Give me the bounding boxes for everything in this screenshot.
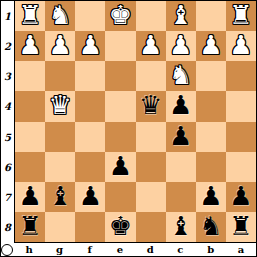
black-bishop-g7: ♝ (49, 183, 72, 209)
black-pawn-b7: ♟ (199, 183, 222, 209)
white-king-e1: ♚ (109, 2, 132, 28)
square-c3[interactable]: ♞ (166, 61, 196, 91)
square-h4[interactable] (15, 91, 45, 121)
white-pawn-b2: ♟ (199, 32, 222, 58)
square-a3[interactable] (226, 61, 256, 91)
file-label-a: a (226, 243, 256, 256)
rank-labels: 12345678 (1, 1, 14, 243)
white-knight-c3: ♞ (169, 62, 192, 88)
square-d2[interactable]: ♟ (136, 31, 166, 61)
square-e7[interactable] (105, 182, 135, 212)
black-bishop-c8: ♝ (169, 213, 192, 239)
square-h3[interactable] (15, 61, 45, 91)
square-b1[interactable] (196, 1, 226, 31)
square-g4[interactable]: ♛ (45, 91, 75, 121)
rank-label-2: 2 (1, 31, 14, 61)
square-d3[interactable] (136, 61, 166, 91)
rank-label-7: 7 (1, 183, 14, 213)
black-pawn-f7: ♟ (79, 183, 102, 209)
square-f4[interactable] (75, 91, 105, 121)
square-g5[interactable] (45, 122, 75, 152)
file-label-d: d (135, 243, 165, 256)
black-king-e8: ♚ (109, 213, 132, 239)
square-b2[interactable]: ♟ (196, 31, 226, 61)
square-f5[interactable] (75, 122, 105, 152)
file-label-e: e (105, 243, 135, 256)
square-h6[interactable] (15, 152, 45, 182)
black-knight-b8: ♞ (199, 213, 222, 239)
square-e6[interactable]: ♟ (105, 152, 135, 182)
square-b6[interactable] (196, 152, 226, 182)
white-pawn-a2: ♟ (229, 32, 252, 58)
white-pawn-d2: ♟ (139, 32, 162, 58)
square-f8[interactable] (75, 212, 105, 242)
square-g8[interactable] (45, 212, 75, 242)
white-pawn-h2: ♟ (18, 32, 41, 58)
square-g3[interactable] (45, 61, 75, 91)
square-e4[interactable] (105, 91, 135, 121)
black-pawn-c4: ♟ (169, 92, 192, 118)
square-c5[interactable]: ♟ (166, 122, 196, 152)
black-pawn-e6: ♟ (109, 153, 132, 179)
black-queen-d4: ♛ (139, 92, 162, 118)
white-rook-a1: ♜ (229, 2, 252, 28)
square-c1[interactable]: ♝ (166, 1, 196, 31)
black-rook-a8: ♜ (229, 213, 252, 239)
square-g7[interactable]: ♝ (45, 182, 75, 212)
square-g2[interactable]: ♟ (45, 31, 75, 61)
square-a1[interactable]: ♜ (226, 1, 256, 31)
square-d5[interactable] (136, 122, 166, 152)
square-c6[interactable] (166, 152, 196, 182)
square-f3[interactable] (75, 61, 105, 91)
square-a4[interactable] (226, 91, 256, 121)
square-c7[interactable] (166, 182, 196, 212)
square-g1[interactable]: ♞ (45, 1, 75, 31)
black-pawn-a7: ♟ (229, 183, 252, 209)
file-label-f: f (75, 243, 105, 256)
rank-label-1: 1 (1, 1, 14, 31)
white-knight-g1: ♞ (49, 2, 72, 28)
square-a7[interactable]: ♟ (226, 182, 256, 212)
square-f6[interactable] (75, 152, 105, 182)
file-label-b: b (196, 243, 226, 256)
chess-diagram: 12345678 ♜♞♚♝♜♟♟♟♟♟♟♟♞♛♛♟♟♟♟♝♟♟♟♜♚♝♞♜ hg… (0, 0, 257, 257)
square-f7[interactable]: ♟ (75, 182, 105, 212)
square-d7[interactable] (136, 182, 166, 212)
square-h5[interactable] (15, 122, 45, 152)
file-label-g: g (44, 243, 74, 256)
white-pawn-f2: ♟ (79, 32, 102, 58)
square-e5[interactable] (105, 122, 135, 152)
square-c8[interactable]: ♝ (166, 212, 196, 242)
file-label-c: c (165, 243, 195, 256)
white-to-move-icon (1, 244, 13, 256)
square-a5[interactable] (226, 122, 256, 152)
white-pawn-g2: ♟ (49, 32, 72, 58)
chess-board: ♜♞♚♝♜♟♟♟♟♟♟♟♞♛♛♟♟♟♟♝♟♟♟♜♚♝♞♜ (14, 1, 256, 243)
square-d6[interactable] (136, 152, 166, 182)
square-h7[interactable]: ♟ (15, 182, 45, 212)
square-b4[interactable] (196, 91, 226, 121)
square-f2[interactable]: ♟ (75, 31, 105, 61)
rank-label-3: 3 (1, 62, 14, 92)
square-b7[interactable]: ♟ (196, 182, 226, 212)
square-a8[interactable]: ♜ (226, 212, 256, 242)
black-pawn-h7: ♟ (18, 183, 41, 209)
rank-label-8: 8 (1, 213, 14, 243)
black-rook-h8: ♜ (18, 213, 41, 239)
square-e1[interactable]: ♚ (105, 1, 135, 31)
square-b5[interactable] (196, 122, 226, 152)
square-a2[interactable]: ♟ (226, 31, 256, 61)
square-e8[interactable]: ♚ (105, 212, 135, 242)
square-g6[interactable] (45, 152, 75, 182)
white-bishop-c1: ♝ (169, 2, 192, 28)
square-h8[interactable]: ♜ (15, 212, 45, 242)
square-b8[interactable]: ♞ (196, 212, 226, 242)
square-a6[interactable] (226, 152, 256, 182)
square-c4[interactable]: ♟ (166, 91, 196, 121)
rank-label-5: 5 (1, 122, 14, 152)
file-label-h: h (14, 243, 44, 256)
rank-label-6: 6 (1, 152, 14, 182)
rank-label-4: 4 (1, 92, 14, 122)
square-d4[interactable]: ♛ (136, 91, 166, 121)
square-d1[interactable] (136, 1, 166, 31)
square-e3[interactable] (105, 61, 135, 91)
square-b3[interactable] (196, 61, 226, 91)
square-h1[interactable]: ♜ (15, 1, 45, 31)
white-pawn-c2: ♟ (169, 32, 192, 58)
white-rook-h1: ♜ (18, 2, 41, 28)
square-d8[interactable] (136, 212, 166, 242)
square-c2[interactable]: ♟ (166, 31, 196, 61)
square-e2[interactable] (105, 31, 135, 61)
square-f1[interactable] (75, 1, 105, 31)
file-labels: hgfedcba (14, 243, 256, 256)
black-pawn-c5: ♟ (169, 123, 192, 149)
white-queen-g4: ♛ (49, 92, 72, 118)
square-h2[interactable]: ♟ (15, 31, 45, 61)
